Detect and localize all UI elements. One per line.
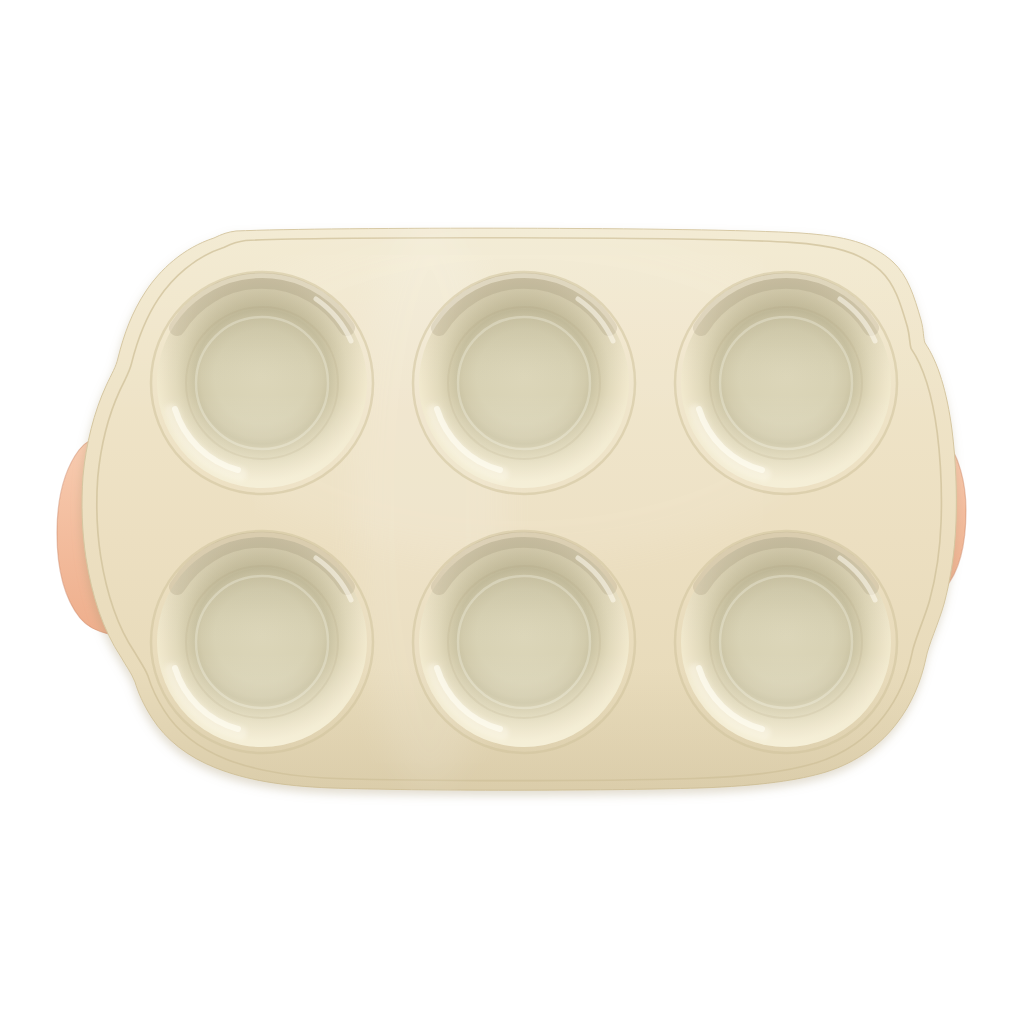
muffin-cup-5 (413, 531, 635, 753)
muffin-cup-3 (675, 272, 897, 494)
photo-canvas (0, 0, 1024, 1024)
muffin-pan-photo (0, 0, 1024, 1024)
muffin-cup-4 (151, 531, 373, 753)
muffin-cup-1 (151, 272, 373, 494)
muffin-cup-2 (413, 272, 635, 494)
muffin-cup-6 (675, 531, 897, 753)
